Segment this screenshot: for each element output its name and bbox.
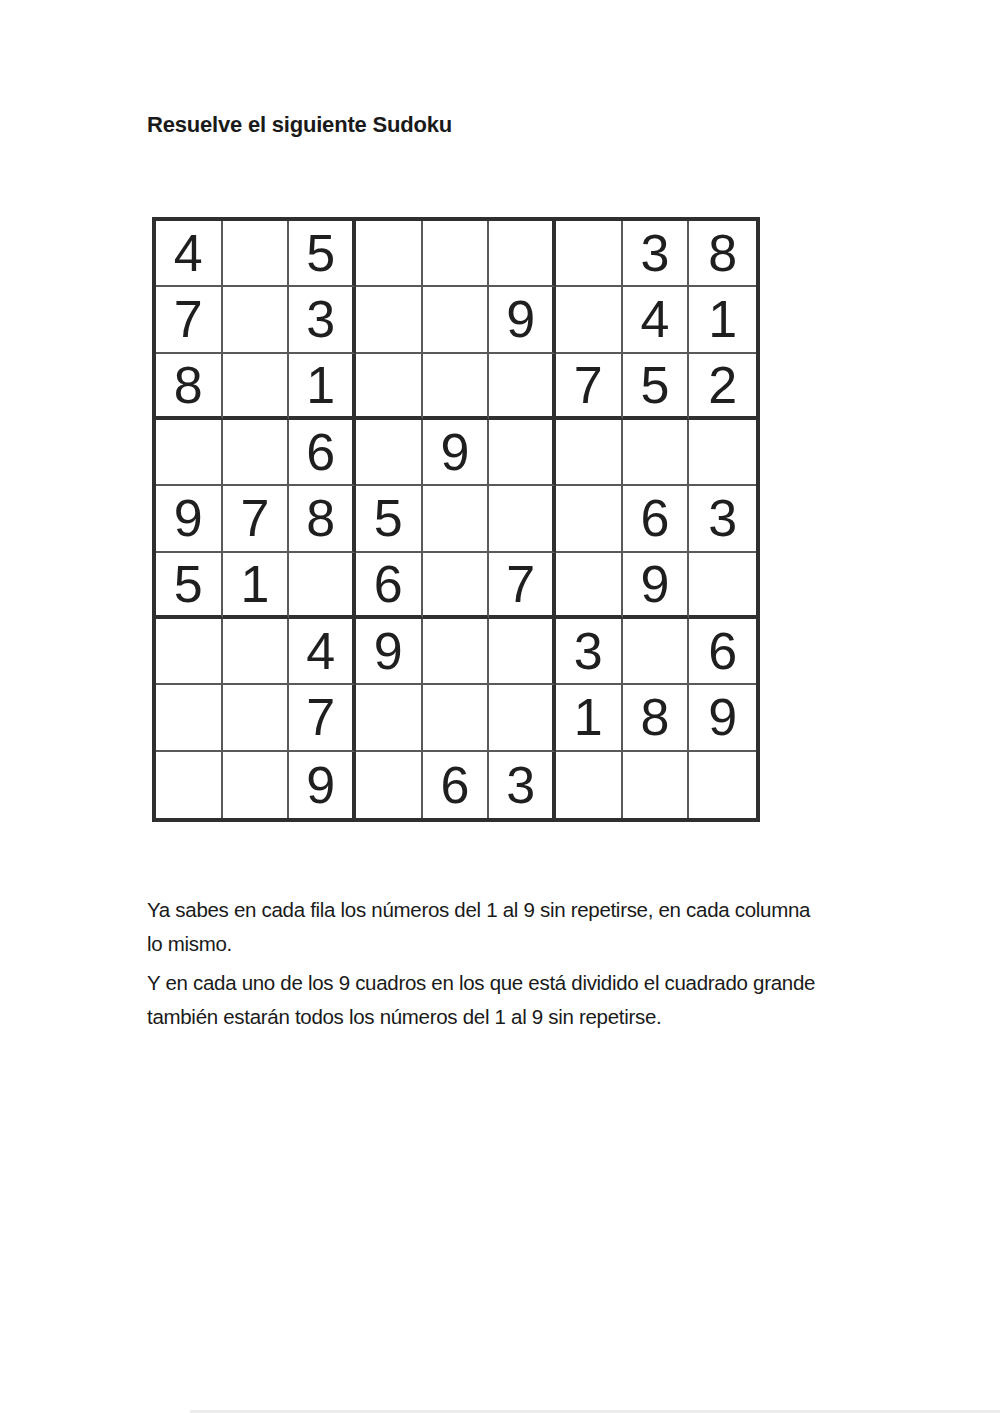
sudoku-cell-r3c8: 5 [623, 354, 690, 420]
sudoku-cell-r1c6[interactable] [489, 221, 556, 287]
sudoku-cell-r9c1[interactable] [156, 752, 223, 818]
sudoku-cell-r1c7[interactable] [556, 221, 623, 287]
sudoku-cell-r9c6: 3 [489, 752, 556, 818]
sudoku-cell-r2c3: 3 [289, 287, 356, 353]
sudoku-cell-r1c4[interactable] [356, 221, 423, 287]
sudoku-cell-r1c1: 4 [156, 221, 223, 287]
sudoku-cell-r1c3: 5 [289, 221, 356, 287]
sudoku-cell-r4c9[interactable] [689, 420, 756, 486]
sudoku-cell-r4c4[interactable] [356, 420, 423, 486]
sudoku-cell-r9c2[interactable] [223, 752, 290, 818]
sudoku-cell-r4c3: 6 [289, 420, 356, 486]
sudoku-cell-r5c1: 9 [156, 486, 223, 552]
sudoku-cell-r5c8: 6 [623, 486, 690, 552]
sudoku-cell-r7c2[interactable] [223, 619, 290, 685]
sudoku-cell-r8c5[interactable] [423, 685, 490, 751]
sudoku-cell-r6c5[interactable] [423, 553, 490, 619]
sudoku-cell-r1c9: 8 [689, 221, 756, 287]
sudoku-cell-r8c9: 9 [689, 685, 756, 751]
sudoku-cell-r4c5: 9 [423, 420, 490, 486]
sudoku-cell-r3c6[interactable] [489, 354, 556, 420]
sudoku-cell-r4c8[interactable] [623, 420, 690, 486]
sudoku-cell-r5c6[interactable] [489, 486, 556, 552]
sudoku-cell-r7c4: 9 [356, 619, 423, 685]
sudoku-cell-r6c3[interactable] [289, 553, 356, 619]
sudoku-cell-r6c6: 7 [489, 553, 556, 619]
sudoku-cell-r9c7[interactable] [556, 752, 623, 818]
sudoku-cell-r7c8[interactable] [623, 619, 690, 685]
sudoku-cell-r8c6[interactable] [489, 685, 556, 751]
instruction-paragraph-rows-columns: Ya sabes en cada fila los números del 1 … [147, 893, 927, 961]
sudoku-cell-r7c6[interactable] [489, 619, 556, 685]
sudoku-cell-r4c1[interactable] [156, 420, 223, 486]
sudoku-cell-r3c1: 8 [156, 354, 223, 420]
sudoku-cell-r6c7[interactable] [556, 553, 623, 619]
sudoku-cell-r6c4: 6 [356, 553, 423, 619]
sudoku-cell-r7c3: 4 [289, 619, 356, 685]
sudoku-cell-r8c4[interactable] [356, 685, 423, 751]
sudoku-cell-r8c2[interactable] [223, 685, 290, 751]
sudoku-cell-r2c6: 9 [489, 287, 556, 353]
sudoku-board: 45387394181752699785635167949367189963 [152, 217, 760, 822]
sudoku-cell-r7c1[interactable] [156, 619, 223, 685]
instruction-paragraph-boxes: Y en cada uno de los 9 cuadros en los qu… [147, 966, 927, 1034]
sudoku-cell-r2c9: 1 [689, 287, 756, 353]
sudoku-cell-r2c5[interactable] [423, 287, 490, 353]
sudoku-cell-r9c3: 9 [289, 752, 356, 818]
sudoku-cell-r2c1: 7 [156, 287, 223, 353]
sudoku-cell-r9c5: 6 [423, 752, 490, 818]
sudoku-cell-r5c2: 7 [223, 486, 290, 552]
sudoku-cell-r8c1[interactable] [156, 685, 223, 751]
sudoku-cell-r7c5[interactable] [423, 619, 490, 685]
sudoku-cell-r6c9[interactable] [689, 553, 756, 619]
sudoku-cell-r5c4: 5 [356, 486, 423, 552]
sudoku-cell-r9c9[interactable] [689, 752, 756, 818]
sudoku-cell-r5c5[interactable] [423, 486, 490, 552]
sudoku-cell-r5c7[interactable] [556, 486, 623, 552]
sudoku-cell-r1c2[interactable] [223, 221, 290, 287]
sudoku-cell-r4c7[interactable] [556, 420, 623, 486]
sudoku-cell-r9c4[interactable] [356, 752, 423, 818]
sudoku-cell-r7c7: 3 [556, 619, 623, 685]
sudoku-cell-r3c4[interactable] [356, 354, 423, 420]
worksheet-page: Resuelve el siguiente Sudoku 45387394181… [0, 0, 1000, 1413]
sudoku-cell-r6c2: 1 [223, 553, 290, 619]
sudoku-cell-r7c9: 6 [689, 619, 756, 685]
sudoku-cell-r4c2[interactable] [223, 420, 290, 486]
sudoku-cell-r3c9: 2 [689, 354, 756, 420]
sudoku-cell-r8c3: 7 [289, 685, 356, 751]
sudoku-cell-r1c5[interactable] [423, 221, 490, 287]
sudoku-cell-r3c2[interactable] [223, 354, 290, 420]
sudoku-cell-r8c8: 8 [623, 685, 690, 751]
sudoku-cell-r1c8: 3 [623, 221, 690, 287]
sudoku-cell-r2c8: 4 [623, 287, 690, 353]
sudoku-cell-r3c5[interactable] [423, 354, 490, 420]
sudoku-cell-r3c7: 7 [556, 354, 623, 420]
sudoku-cell-r3c3: 1 [289, 354, 356, 420]
sudoku-cell-r6c8: 9 [623, 553, 690, 619]
sudoku-cell-r6c1: 5 [156, 553, 223, 619]
sudoku-cell-r2c7[interactable] [556, 287, 623, 353]
sudoku-cell-r8c7: 1 [556, 685, 623, 751]
sudoku-cell-r5c9: 3 [689, 486, 756, 552]
page-title: Resuelve el siguiente Sudoku [147, 112, 452, 138]
sudoku-cell-r2c4[interactable] [356, 287, 423, 353]
sudoku-cell-r4c6[interactable] [489, 420, 556, 486]
sudoku-cell-r2c2[interactable] [223, 287, 290, 353]
sudoku-cell-r5c3: 8 [289, 486, 356, 552]
sudoku-cell-r9c8[interactable] [623, 752, 690, 818]
